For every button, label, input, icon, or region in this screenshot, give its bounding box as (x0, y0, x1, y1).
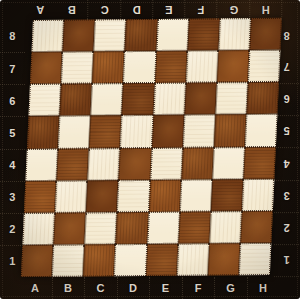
file-label-top-d: D (121, 0, 153, 20)
square-g6[interactable] (215, 82, 248, 114)
square-c3[interactable] (86, 180, 119, 212)
square-d3[interactable] (117, 180, 150, 212)
square-f2[interactable] (178, 211, 211, 243)
square-a5[interactable] (27, 116, 60, 148)
square-g4[interactable] (212, 147, 245, 179)
square-b2[interactable] (54, 212, 87, 244)
square-b8[interactable] (63, 19, 96, 51)
rank-label-right-4: 4 (274, 149, 299, 181)
square-f4[interactable] (181, 147, 214, 179)
file-labels-top: ABCDEFGH (24, 0, 282, 20)
square-b7[interactable] (61, 52, 94, 84)
chess-board (21, 18, 282, 277)
rank-label-left-1: 1 (0, 245, 25, 277)
rank-label-left-7: 7 (0, 52, 25, 84)
file-label-bottom-c: C (84, 277, 117, 299)
chessboard-photo: ABCDEFGH ABCDEFGH 87654321 87654321 (0, 0, 300, 299)
square-a2[interactable] (22, 213, 55, 245)
square-c1[interactable] (83, 244, 116, 276)
file-labels-bottom: ABCDEFGH (19, 277, 279, 299)
square-h4[interactable] (243, 146, 276, 178)
file-label-top-f: F (185, 0, 217, 20)
square-f6[interactable] (184, 83, 217, 115)
square-c7[interactable] (92, 51, 125, 83)
square-g8[interactable] (218, 18, 251, 50)
rank-label-right-2: 2 (274, 213, 299, 245)
square-g2[interactable] (209, 211, 242, 243)
square-d2[interactable] (116, 212, 149, 244)
square-a4[interactable] (25, 148, 58, 180)
square-c8[interactable] (94, 19, 127, 51)
square-d1[interactable] (114, 244, 147, 276)
file-label-top-a: A (24, 0, 56, 20)
rank-label-left-3: 3 (0, 181, 25, 213)
square-b6[interactable] (60, 84, 93, 116)
square-h1[interactable] (239, 243, 272, 275)
rank-label-right-5: 5 (274, 116, 299, 148)
square-e2[interactable] (147, 211, 180, 243)
file-label-bottom-h: H (247, 277, 280, 299)
square-a8[interactable] (31, 20, 64, 52)
rank-label-right-1: 1 (274, 245, 299, 277)
square-g7[interactable] (217, 50, 250, 82)
square-b3[interactable] (55, 180, 88, 212)
square-g3[interactable] (211, 179, 244, 211)
square-d8[interactable] (125, 19, 158, 51)
square-a3[interactable] (24, 180, 57, 212)
rank-label-right-7: 7 (274, 52, 299, 84)
square-e6[interactable] (153, 83, 186, 115)
file-label-top-b: B (56, 0, 88, 20)
file-label-top-g: G (218, 0, 250, 20)
square-b5[interactable] (58, 116, 91, 148)
square-a6[interactable] (28, 84, 61, 116)
square-e8[interactable] (156, 19, 189, 51)
rank-label-right-3: 3 (274, 181, 299, 213)
square-a1[interactable] (21, 245, 54, 277)
square-b4[interactable] (57, 148, 90, 180)
square-c5[interactable] (89, 116, 122, 148)
file-label-bottom-f: F (182, 277, 215, 299)
square-e7[interactable] (154, 51, 187, 83)
square-b1[interactable] (52, 244, 85, 276)
square-h2[interactable] (240, 211, 273, 243)
rank-labels-left: 87654321 (0, 20, 25, 277)
square-h5[interactable] (245, 114, 278, 146)
rank-label-left-5: 5 (0, 116, 25, 148)
file-label-top-c: C (89, 0, 121, 20)
file-label-top-e: E (153, 0, 185, 20)
square-f7[interactable] (186, 51, 219, 83)
square-g5[interactable] (214, 115, 247, 147)
file-label-bottom-a: A (19, 277, 52, 299)
square-f8[interactable] (187, 18, 220, 50)
file-label-bottom-b: B (52, 277, 85, 299)
square-f5[interactable] (183, 115, 216, 147)
rank-label-left-8: 8 (0, 20, 25, 52)
rank-label-right-8: 8 (274, 20, 299, 52)
square-h3[interactable] (242, 179, 275, 211)
square-g1[interactable] (208, 243, 241, 275)
square-d7[interactable] (123, 51, 156, 83)
square-d6[interactable] (122, 83, 155, 115)
square-c4[interactable] (88, 148, 121, 180)
rank-label-left-6: 6 (0, 84, 25, 116)
square-e1[interactable] (145, 244, 178, 276)
rank-label-left-2: 2 (0, 213, 25, 245)
file-label-bottom-g: G (214, 277, 247, 299)
square-c6[interactable] (91, 83, 124, 115)
square-f1[interactable] (176, 243, 209, 275)
file-label-bottom-e: E (149, 277, 182, 299)
rank-label-right-6: 6 (274, 84, 299, 116)
square-f3[interactable] (180, 179, 213, 211)
square-c2[interactable] (85, 212, 118, 244)
square-e3[interactable] (148, 179, 181, 211)
rank-label-left-4: 4 (0, 149, 25, 181)
square-d5[interactable] (120, 115, 153, 147)
square-d4[interactable] (119, 147, 152, 179)
square-e5[interactable] (151, 115, 184, 147)
rank-labels-right: 87654321 (274, 20, 299, 277)
square-a7[interactable] (30, 52, 63, 84)
square-e4[interactable] (150, 147, 183, 179)
file-label-bottom-d: D (117, 277, 150, 299)
file-label-top-h: H (250, 0, 282, 20)
